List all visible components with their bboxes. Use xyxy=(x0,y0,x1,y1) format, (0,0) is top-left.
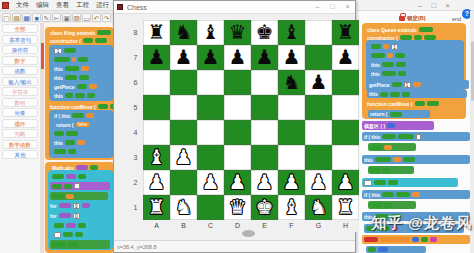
code-block-row-31[interactable]: function canMove ( xyxy=(365,100,441,107)
copy-icon[interactable]: ▣ xyxy=(62,13,71,22)
white-piece-p[interactable]: ♟ xyxy=(202,170,220,195)
black-piece-b[interactable]: ♝ xyxy=(202,20,220,45)
code-pill[interactable] xyxy=(380,237,410,242)
code-pill[interactable] xyxy=(388,180,398,185)
square-c3[interactable] xyxy=(197,145,224,170)
undo-icon[interactable]: ↶ xyxy=(92,13,101,22)
code-pill[interactable] xyxy=(421,237,428,242)
code-pill[interactable] xyxy=(75,93,85,98)
delete-icon[interactable]: ▭ xyxy=(82,13,91,22)
black-piece-b[interactable]: ♝ xyxy=(283,20,301,45)
sidebar-item-8[interactable]: 对象 xyxy=(2,108,38,117)
sidebar-item-2[interactable]: 操作符 xyxy=(2,45,38,54)
code-pill[interactable] xyxy=(430,237,437,242)
code-block-label: constructor ( xyxy=(50,38,81,44)
code-pill[interactable] xyxy=(364,180,372,186)
square-c8[interactable]: ♝ xyxy=(197,20,224,45)
code-pill[interactable] xyxy=(427,101,439,106)
black-piece-q[interactable]: ♛ xyxy=(229,20,247,45)
chess-maximize-button[interactable]: □ xyxy=(325,1,340,13)
chess-close-button[interactable]: × xyxy=(340,1,355,13)
code-block-row-5[interactable]: this xyxy=(52,74,91,81)
code-pill[interactable] xyxy=(52,194,64,199)
code-pill[interactable] xyxy=(54,149,66,154)
menu-item-3[interactable]: 工程 xyxy=(76,0,89,10)
code-pill[interactable] xyxy=(371,53,385,58)
square-b1[interactable]: ♞ xyxy=(170,195,197,220)
square-e1[interactable]: ♚ xyxy=(251,195,278,220)
square-f8[interactable]: ♝ xyxy=(278,20,305,45)
code-block-row-34[interactable]: if ( this xyxy=(362,132,470,141)
code-pill[interactable] xyxy=(370,203,382,208)
code-block-row-4[interactable]: this xyxy=(52,65,91,72)
square-e5[interactable] xyxy=(251,95,278,120)
code-pill[interactable] xyxy=(72,57,76,62)
square-h5[interactable] xyxy=(332,95,359,120)
code-block-row-12[interactable]: this xyxy=(52,139,87,146)
code-pill[interactable] xyxy=(64,48,76,53)
code-block-row-18[interactable]: for0 xyxy=(48,202,92,209)
square-h2[interactable]: ♟ xyxy=(332,170,359,195)
code-pill[interactable] xyxy=(52,184,62,189)
code-pill[interactable] xyxy=(412,192,420,197)
square-f7[interactable]: ♟ xyxy=(278,45,305,70)
code-pill[interactable] xyxy=(74,183,80,189)
code-pill[interactable] xyxy=(66,131,78,136)
square-e3[interactable] xyxy=(251,145,278,170)
square-b7[interactable]: ♟ xyxy=(170,45,197,70)
code-pill[interactable] xyxy=(370,145,382,150)
square-a6[interactable] xyxy=(143,70,170,95)
menu-item-0[interactable]: 文件 xyxy=(16,0,29,10)
code-pill[interactable] xyxy=(387,53,393,58)
lock-indicator[interactable]: 锁定(B) xyxy=(399,15,426,22)
code-block-row-24[interactable]: constructor ( xyxy=(365,34,438,41)
black-piece-n[interactable]: ♞ xyxy=(175,20,193,45)
square-g4[interactable] xyxy=(305,120,332,145)
code-pill[interactable] xyxy=(83,38,93,43)
black-piece-p[interactable]: ♟ xyxy=(202,45,220,70)
rank-label-6: 6 xyxy=(128,70,143,95)
black-piece-p[interactable]: ♟ xyxy=(148,45,166,70)
code-block-row-30[interactable]: this xyxy=(367,90,467,98)
square-d3[interactable] xyxy=(224,145,251,170)
code-pill[interactable] xyxy=(398,134,414,139)
code-block-row-33[interactable]: 棋盘区 ( ) xyxy=(362,121,434,130)
square-a3[interactable]: ♝ xyxy=(143,145,170,170)
code-pill[interactable] xyxy=(64,184,72,189)
export-image-icon[interactable]: ■ xyxy=(32,13,41,22)
code-block-label: return ( xyxy=(56,122,74,128)
square-c5[interactable] xyxy=(197,95,224,120)
white-piece-p[interactable]: ♟ xyxy=(229,170,247,195)
code-pill[interactable]: false xyxy=(76,122,90,127)
square-f1[interactable]: ♝ xyxy=(278,195,305,220)
code-pill[interactable] xyxy=(368,247,376,252)
code-pill[interactable] xyxy=(54,232,61,238)
board-corner xyxy=(128,220,143,232)
code-pill[interactable] xyxy=(382,62,394,67)
code-pill[interactable] xyxy=(424,35,436,40)
square-e8[interactable]: ♚ xyxy=(251,20,278,45)
code-block-label: for xyxy=(50,203,57,209)
code-pill[interactable]: 0 xyxy=(73,203,80,209)
code-pill[interactable] xyxy=(79,75,89,80)
square-a4[interactable] xyxy=(143,120,170,145)
sidebar-item-1[interactable]: 基本语句 xyxy=(2,35,38,44)
square-d1[interactable]: ♛ xyxy=(224,195,251,220)
code-block-row-43[interactable] xyxy=(362,235,470,244)
square-b6[interactable] xyxy=(170,70,197,95)
square-e7[interactable]: ♟ xyxy=(251,45,278,70)
code-pill[interactable] xyxy=(402,92,410,97)
square-c7[interactable]: ♟ xyxy=(197,45,224,70)
chess-window-title: Chess xyxy=(127,4,310,11)
code-pill[interactable] xyxy=(68,242,78,247)
code-pill[interactable] xyxy=(382,192,394,197)
block-category-sidebar: 全部基本语句操作符数字函数输入/输出字符串数组对象循环判断数学函数其他 xyxy=(0,23,41,253)
code-pill[interactable] xyxy=(75,232,83,237)
code-pill[interactable] xyxy=(393,157,401,162)
code-pill[interactable] xyxy=(77,84,87,89)
square-g7[interactable] xyxy=(305,45,332,70)
code-pill[interactable] xyxy=(412,237,419,242)
redo-icon[interactable]: ↷ xyxy=(102,13,111,22)
code-pill[interactable] xyxy=(89,84,97,89)
code-block-row-10[interactable]: return (false xyxy=(54,121,92,128)
code-pill[interactable] xyxy=(400,35,412,40)
code-pill[interactable] xyxy=(90,165,98,170)
code-pill[interactable] xyxy=(65,75,77,80)
square-b3[interactable]: ♟ xyxy=(170,145,197,170)
sidebar-item-11[interactable]: 数学函数 xyxy=(2,140,38,149)
square-f6[interactable]: ♞ xyxy=(278,70,305,95)
code-pill[interactable] xyxy=(81,66,89,71)
code-pill[interactable] xyxy=(370,168,380,173)
black-piece-k[interactable]: ♚ xyxy=(256,20,274,45)
square-b8[interactable]: ♞ xyxy=(170,20,197,45)
square-g6[interactable]: ♟ xyxy=(305,70,332,95)
open-folder-icon[interactable]: ▤ xyxy=(12,13,21,22)
paint-icon[interactable]: ✎ xyxy=(42,13,51,22)
square-c4[interactable] xyxy=(197,120,224,145)
code-block-row-38[interactable] xyxy=(362,178,458,187)
sidebar-item-0[interactable]: 全部 xyxy=(2,24,38,33)
code-pill[interactable]: 1 xyxy=(54,48,62,54)
white-piece-p[interactable]: ♟ xyxy=(337,170,355,195)
white-piece-b[interactable]: ♝ xyxy=(148,145,166,170)
sidebar-item-12[interactable]: 其他 xyxy=(2,150,38,159)
menu-item-2[interactable]: 查看 xyxy=(56,0,69,10)
code-pill[interactable] xyxy=(396,62,406,67)
code-block-row-21[interactable] xyxy=(52,231,85,238)
black-piece-p[interactable]: ♟ xyxy=(337,45,355,70)
code-block-label: for xyxy=(50,213,57,219)
code-block-label: this xyxy=(54,93,63,99)
code-pill[interactable] xyxy=(65,66,79,71)
code-pill[interactable] xyxy=(65,93,73,98)
code-block-row-19[interactable]: for0 xyxy=(48,212,82,219)
chess-minimize-button[interactable]: – xyxy=(310,1,325,13)
code-pill[interactable] xyxy=(66,174,76,179)
code-pill[interactable] xyxy=(380,92,388,97)
white-piece-p[interactable]: ♟ xyxy=(256,170,274,195)
code-pill[interactable] xyxy=(72,113,84,118)
square-e4[interactable] xyxy=(251,120,278,145)
code-pill[interactable] xyxy=(419,27,433,32)
square-f5[interactable] xyxy=(278,95,305,120)
square-e6[interactable] xyxy=(251,70,278,95)
sidebar-item-10[interactable]: 判断 xyxy=(2,129,38,138)
square-e2[interactable]: ♟ xyxy=(251,170,278,195)
code-pill[interactable] xyxy=(384,145,392,150)
white-piece-p[interactable]: ♟ xyxy=(148,170,166,195)
cut-icon[interactable]: ✂ xyxy=(52,13,61,22)
code-pill[interactable] xyxy=(52,242,66,247)
white-piece-p[interactable]: ♟ xyxy=(175,145,193,170)
code-block-label: class King extends xyxy=(50,30,95,36)
black-piece-p[interactable]: ♟ xyxy=(175,45,193,70)
rank-label-2: 2 xyxy=(128,170,143,195)
end-label: end xyxy=(452,16,461,22)
white-piece-r[interactable]: ♜ xyxy=(148,195,166,220)
square-a2[interactable]: ♟ xyxy=(143,170,170,195)
app-logo-icon xyxy=(2,2,9,9)
sidebar-item-4[interactable]: 函数 xyxy=(2,66,38,75)
black-piece-n[interactable]: ♞ xyxy=(283,70,301,95)
code-block-row-28[interactable]: this xyxy=(369,70,408,77)
paste-icon[interactable]: ▥ xyxy=(72,13,81,22)
code-block-row-0[interactable]: class King extends xyxy=(48,29,113,36)
maximize-button[interactable]: □ xyxy=(431,1,436,10)
code-pill[interactable] xyxy=(382,71,396,76)
code-pill[interactable] xyxy=(78,223,86,228)
square-a8[interactable]: ♜ xyxy=(143,20,170,45)
black-piece-p[interactable]: ♟ xyxy=(229,45,247,70)
square-b5[interactable] xyxy=(170,95,197,120)
code-block-label: this xyxy=(371,62,380,68)
sidebar-item-5[interactable]: 输入/输出 xyxy=(2,77,38,86)
square-c2[interactable]: ♟ xyxy=(197,170,224,195)
code-block-row-2[interactable]: 1 xyxy=(52,47,78,54)
code-block-row-40[interactable] xyxy=(368,201,416,209)
new-file-icon[interactable]: ▢ xyxy=(2,13,11,22)
sidebar-item-6[interactable]: 字符串 xyxy=(2,87,38,96)
code-pill[interactable] xyxy=(390,92,400,97)
code-pill[interactable] xyxy=(78,174,86,179)
code-block-row-1[interactable]: constructor ( xyxy=(48,37,109,44)
code-pill[interactable] xyxy=(86,113,94,118)
code-block-row-26[interactable] xyxy=(369,52,407,59)
square-c1[interactable] xyxy=(197,195,224,220)
square-a7[interactable]: ♟ xyxy=(143,45,170,70)
code-pill[interactable] xyxy=(395,53,405,58)
square-g8[interactable] xyxy=(305,20,332,45)
square-a1[interactable]: ♜ xyxy=(143,195,170,220)
code-pill[interactable] xyxy=(387,123,395,128)
white-piece-p[interactable]: ♟ xyxy=(283,170,301,195)
code-block-row-17[interactable] xyxy=(50,192,108,200)
square-d2[interactable]: ♟ xyxy=(224,170,251,195)
square-d6[interactable] xyxy=(224,70,251,95)
code-block-row-6[interactable]: getPiece xyxy=(52,83,99,90)
code-block-label: function canMove ( xyxy=(367,101,413,107)
white-piece-n[interactable]: ♞ xyxy=(310,195,328,220)
white-piece-n[interactable]: ♞ xyxy=(175,195,193,220)
square-d8[interactable]: ♛ xyxy=(224,20,251,45)
white-piece-k[interactable]: ♚ xyxy=(256,195,274,220)
sidebar-scrollbar[interactable] xyxy=(41,23,44,253)
code-block-row-8[interactable]: function canMove ( xyxy=(48,103,120,110)
code-pill[interactable] xyxy=(54,223,64,228)
code-block-row-32[interactable]: return ( xyxy=(368,110,430,118)
code-pill[interactable] xyxy=(59,203,71,208)
square-b4[interactable] xyxy=(170,120,197,145)
black-piece-r[interactable]: ♜ xyxy=(337,20,355,45)
code-pill[interactable] xyxy=(97,30,111,35)
square-h4[interactable] xyxy=(332,120,359,145)
code-pill[interactable] xyxy=(414,35,422,40)
black-piece-r[interactable]: ♜ xyxy=(148,20,166,45)
code-pill[interactable] xyxy=(52,174,64,179)
code-block-row-25[interactable]: 1 xyxy=(369,43,400,50)
file-label-a: A xyxy=(143,220,170,232)
code-pill[interactable] xyxy=(66,194,74,199)
black-piece-p[interactable]: ♟ xyxy=(256,45,274,70)
code-pill[interactable] xyxy=(384,203,392,208)
menu-item-4[interactable]: 运行 xyxy=(96,0,109,10)
code-pill[interactable]: 1 xyxy=(391,44,398,50)
code-pill[interactable] xyxy=(396,192,410,197)
code-block-label: 棋盘区 ( ) xyxy=(364,123,385,129)
square-a5[interactable] xyxy=(143,95,170,120)
minimize-button[interactable]: – xyxy=(418,1,422,10)
code-pill[interactable] xyxy=(63,232,73,237)
code-pill[interactable] xyxy=(76,165,88,170)
white-piece-r[interactable]: ♜ xyxy=(337,195,355,220)
code-pill[interactable] xyxy=(66,223,76,228)
square-h6[interactable] xyxy=(332,70,359,95)
code-block-row-23[interactable]: class Queen extends xyxy=(365,26,435,33)
sidebar-item-3[interactable]: 数字 xyxy=(2,56,38,65)
square-h7[interactable]: ♟ xyxy=(332,45,359,70)
square-h1[interactable]: ♜ xyxy=(332,195,359,220)
code-pill[interactable]: 1 xyxy=(404,82,411,88)
white-piece-b[interactable]: ♝ xyxy=(283,195,301,220)
code-pill[interactable] xyxy=(375,157,391,162)
code-block-label: constructor ( xyxy=(367,35,398,41)
code-pill[interactable] xyxy=(98,104,108,109)
square-g1[interactable]: ♞ xyxy=(305,195,332,220)
code-block-row-9[interactable]: if ( this xyxy=(52,112,96,119)
code-block-row-11[interactable] xyxy=(52,130,80,137)
black-piece-p[interactable]: ♟ xyxy=(310,70,328,95)
code-block-row-16[interactable] xyxy=(50,182,110,190)
code-pill[interactable] xyxy=(382,134,396,139)
square-h3[interactable] xyxy=(332,145,359,170)
code-block-row-13[interactable] xyxy=(52,148,78,155)
code-pill[interactable] xyxy=(378,247,388,252)
code-pill[interactable] xyxy=(77,140,85,145)
save-icon[interactable]: ▦ xyxy=(22,13,31,22)
code-pill[interactable] xyxy=(54,131,64,136)
square-d5[interactable] xyxy=(224,95,251,120)
rank-label-8: 8 xyxy=(128,20,143,45)
square-h8[interactable]: ♜ xyxy=(332,20,359,45)
square-b2[interactable] xyxy=(170,170,197,195)
square-c6[interactable] xyxy=(197,70,224,95)
code-block-row-36[interactable]: this xyxy=(362,155,470,164)
square-f3[interactable] xyxy=(278,145,305,170)
black-piece-p[interactable]: ♟ xyxy=(283,45,301,70)
lock-label: 锁定(B) xyxy=(407,15,426,22)
code-pill[interactable] xyxy=(65,140,75,145)
code-block-row-29[interactable]: getPiece1 xyxy=(367,80,469,89)
square-f4[interactable] xyxy=(278,120,305,145)
code-pill[interactable] xyxy=(59,213,71,218)
code-block-label: class Queen extends xyxy=(367,27,417,33)
white-piece-p[interactable]: ♟ xyxy=(310,170,328,195)
code-block-row-35[interactable] xyxy=(368,143,416,151)
code-pill[interactable] xyxy=(415,101,425,106)
code-pill[interactable] xyxy=(68,149,76,154)
code-pill[interactable] xyxy=(78,57,88,62)
code-block-row-20[interactable] xyxy=(52,222,88,229)
chess-window-controls: – □ × xyxy=(310,1,355,13)
code-pill[interactable] xyxy=(413,82,421,87)
square-g2[interactable]: ♟ xyxy=(305,170,332,195)
code-block-row-3[interactable] xyxy=(52,56,90,63)
square-f2[interactable]: ♟ xyxy=(278,170,305,195)
code-block-row-22[interactable] xyxy=(50,240,110,249)
code-pill[interactable] xyxy=(54,57,70,62)
code-pill[interactable] xyxy=(87,93,95,98)
square-g5[interactable] xyxy=(305,95,332,120)
code-block-label: if ( this xyxy=(364,134,380,140)
chess-titlebar[interactable]: Chess – □ × xyxy=(114,1,355,14)
code-pill[interactable] xyxy=(398,71,406,76)
code-pill[interactable] xyxy=(371,44,381,49)
square-g3[interactable] xyxy=(305,145,332,170)
code-pill[interactable] xyxy=(95,38,107,43)
white-piece-q[interactable]: ♛ xyxy=(229,195,247,220)
code-pill[interactable] xyxy=(82,203,90,208)
sidebar-item-9[interactable]: 循环 xyxy=(2,119,38,128)
code-pill[interactable] xyxy=(383,44,389,49)
code-block-row-44[interactable] xyxy=(366,246,426,253)
code-pill[interactable] xyxy=(403,157,415,162)
code-pill[interactable] xyxy=(416,134,421,140)
menu-item-1[interactable]: 编辑 xyxy=(36,0,49,10)
code-block-row-14[interactable]: Math.abs xyxy=(50,164,100,171)
code-pill[interactable] xyxy=(374,180,386,185)
code-block-row-27[interactable]: this xyxy=(369,61,408,68)
square-d4[interactable] xyxy=(224,120,251,145)
code-block-row-15[interactable] xyxy=(50,173,88,180)
sidebar-item-7[interactable]: 数组 xyxy=(2,98,38,107)
code-block-label: if ( this xyxy=(54,113,70,119)
code-pill[interactable] xyxy=(382,168,390,173)
code-block-row-37[interactable] xyxy=(368,166,414,174)
code-block-row-39[interactable]: if ( this xyxy=(362,190,470,199)
code-pill[interactable] xyxy=(364,237,378,242)
code-pill[interactable] xyxy=(390,112,402,117)
close-button[interactable]: × xyxy=(445,1,450,10)
square-d7[interactable]: ♟ xyxy=(224,45,251,70)
code-pill[interactable] xyxy=(392,82,402,87)
code-pill[interactable]: 0 xyxy=(73,213,80,219)
code-block-row-7[interactable]: this xyxy=(52,92,97,99)
